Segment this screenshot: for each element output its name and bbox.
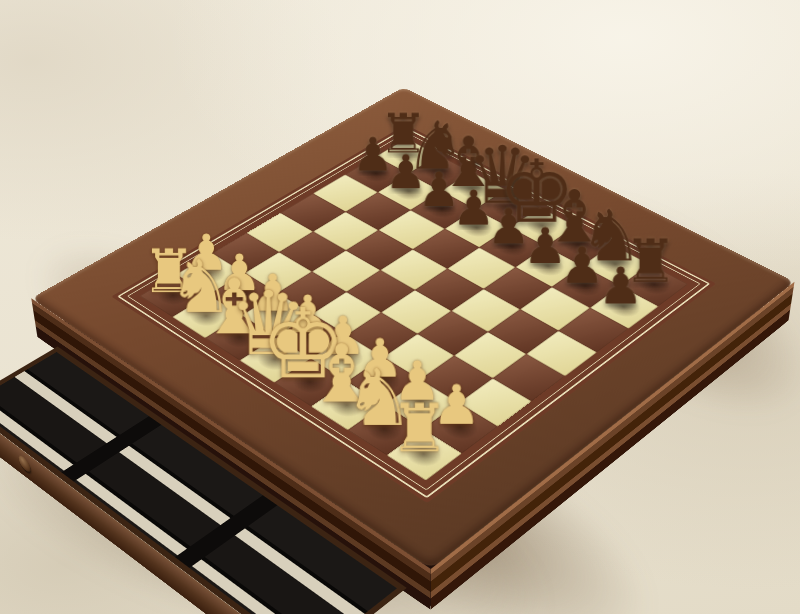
tabletop-fabric: ♜♞♝♛♚♝♞♜♟♟♟♟♟♟♟♟♟♟♟♟♟♟♟♟♜♞♝♛♚♝♞♜ — [0, 0, 800, 614]
piece-black-pawn[interactable]: ♟ — [598, 264, 643, 310]
drawer-knob[interactable] — [18, 453, 32, 475]
piece-white-rook[interactable]: ♜ — [389, 398, 449, 458]
chess-set: ♜♞♝♛♚♝♞♜♟♟♟♟♟♟♟♟♟♟♟♟♟♟♟♟♜♞♝♛♚♝♞♜ — [31, 87, 794, 569]
